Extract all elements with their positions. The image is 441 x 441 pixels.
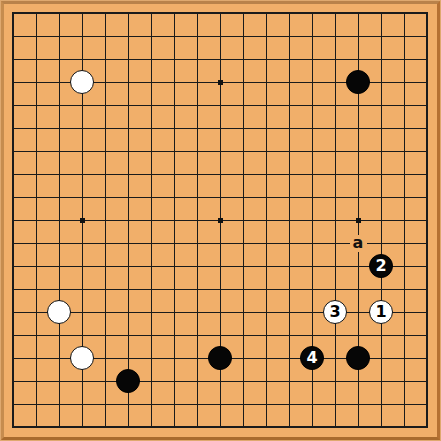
intersection: [48, 301, 71, 324]
intersection: [71, 347, 94, 370]
stone-black: [346, 346, 370, 370]
go-board: 2314a: [0, 0, 441, 441]
intersection: 1: [370, 301, 393, 324]
stone-black: [116, 369, 140, 393]
stone-white: [70, 70, 94, 94]
move-number: 1: [375, 304, 386, 320]
intersection: 3: [324, 301, 347, 324]
stone-black-move-4: 4: [300, 346, 324, 370]
stone-black: [346, 70, 370, 94]
intersection: [117, 370, 140, 393]
stone-white-move-3: 3: [323, 300, 347, 324]
intersection: [347, 71, 370, 94]
stone-black-move-2: 2: [369, 254, 393, 278]
intersection: [209, 347, 232, 370]
intersection: [347, 347, 370, 370]
stone-white: [47, 300, 71, 324]
intersection: [71, 71, 94, 94]
stone-white: [70, 346, 94, 370]
intersection: 2: [370, 255, 393, 278]
move-number: 3: [329, 304, 340, 320]
stone-white-move-1: 1: [369, 300, 393, 324]
move-number: 4: [306, 350, 317, 366]
intersection: 4: [301, 347, 324, 370]
stones-layer: 2314a: [2, 2, 439, 439]
point-label-a: a: [350, 235, 367, 252]
stone-black: [208, 346, 232, 370]
move-number: 2: [375, 258, 386, 274]
intersection: a: [347, 232, 370, 255]
